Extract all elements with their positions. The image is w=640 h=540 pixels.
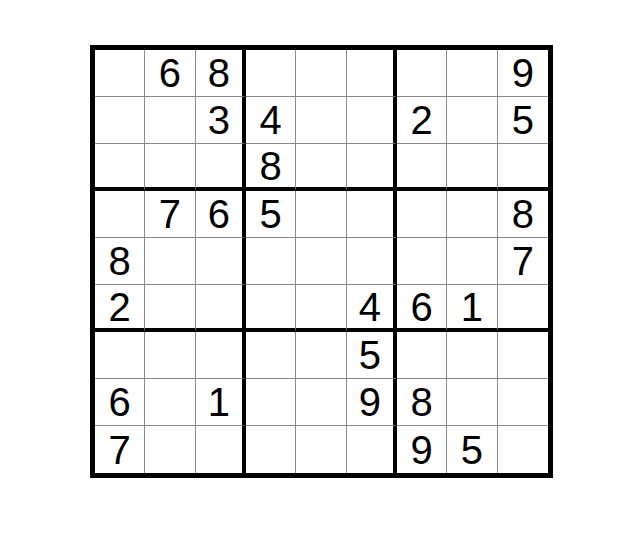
cell-r9c1[interactable]: 7 (95, 426, 145, 473)
cell-r4c7[interactable] (397, 191, 447, 238)
cell-r1c1[interactable] (95, 50, 145, 97)
cell-r7c7[interactable] (397, 332, 447, 379)
cell-r9c4[interactable] (246, 426, 296, 473)
cell-r9c3[interactable] (196, 426, 246, 473)
cell-r4c6[interactable] (347, 191, 397, 238)
cell-r7c4[interactable] (246, 332, 296, 379)
cell-r2c3[interactable]: 3 (196, 97, 246, 144)
cell-r8c2[interactable] (145, 379, 195, 426)
cell-r6c4[interactable] (246, 285, 296, 332)
cell-r7c6[interactable]: 5 (347, 332, 397, 379)
cell-r1c4[interactable] (246, 50, 296, 97)
cell-r8c1[interactable]: 6 (95, 379, 145, 426)
cell-r6c2[interactable] (145, 285, 195, 332)
cell-r5c9[interactable]: 7 (498, 238, 548, 285)
cell-r3c8[interactable] (447, 144, 497, 191)
cell-r6c9[interactable] (498, 285, 548, 332)
cell-r3c1[interactable] (95, 144, 145, 191)
cell-r5c5[interactable] (296, 238, 346, 285)
cell-r5c3[interactable] (196, 238, 246, 285)
cell-r9c7[interactable]: 9 (397, 426, 447, 473)
cell-r8c6[interactable]: 9 (347, 379, 397, 426)
cell-r4c8[interactable] (447, 191, 497, 238)
cell-r5c8[interactable] (447, 238, 497, 285)
cell-r5c7[interactable] (397, 238, 447, 285)
cell-r3c5[interactable] (296, 144, 346, 191)
cell-r1c2[interactable]: 6 (145, 50, 195, 97)
cell-r7c5[interactable] (296, 332, 346, 379)
cell-r4c9[interactable]: 8 (498, 191, 548, 238)
cell-r5c2[interactable] (145, 238, 195, 285)
cell-r2c6[interactable] (347, 97, 397, 144)
cell-r2c8[interactable] (447, 97, 497, 144)
cell-r7c3[interactable] (196, 332, 246, 379)
cell-r9c5[interactable] (296, 426, 346, 473)
cell-r4c3[interactable]: 6 (196, 191, 246, 238)
cell-r6c6[interactable]: 4 (347, 285, 397, 332)
cell-r8c4[interactable] (246, 379, 296, 426)
cell-r2c1[interactable] (95, 97, 145, 144)
cell-r3c2[interactable] (145, 144, 195, 191)
cell-r9c9[interactable] (498, 426, 548, 473)
cell-r2c9[interactable]: 5 (498, 97, 548, 144)
cell-r2c4[interactable]: 4 (246, 97, 296, 144)
cell-r1c6[interactable] (347, 50, 397, 97)
cell-r6c8[interactable]: 1 (447, 285, 497, 332)
sudoku-board: 68934258765887246156198795 (90, 45, 553, 478)
cell-r4c1[interactable] (95, 191, 145, 238)
cell-r6c7[interactable]: 6 (397, 285, 447, 332)
cell-r1c3[interactable]: 8 (196, 50, 246, 97)
cell-r3c7[interactable] (397, 144, 447, 191)
cell-r8c8[interactable] (447, 379, 497, 426)
cell-r9c6[interactable] (347, 426, 397, 473)
cell-r8c7[interactable]: 8 (397, 379, 447, 426)
cell-r3c3[interactable] (196, 144, 246, 191)
cell-r7c2[interactable] (145, 332, 195, 379)
cell-r4c4[interactable]: 5 (246, 191, 296, 238)
cell-r6c1[interactable]: 2 (95, 285, 145, 332)
cell-r7c8[interactable] (447, 332, 497, 379)
cell-r3c9[interactable] (498, 144, 548, 191)
cell-r5c1[interactable]: 8 (95, 238, 145, 285)
cell-r7c9[interactable] (498, 332, 548, 379)
cell-r8c9[interactable] (498, 379, 548, 426)
cell-r8c3[interactable]: 1 (196, 379, 246, 426)
cell-r9c8[interactable]: 5 (447, 426, 497, 473)
cell-r3c6[interactable] (347, 144, 397, 191)
cell-r2c2[interactable] (145, 97, 195, 144)
cell-r4c2[interactable]: 7 (145, 191, 195, 238)
cell-r2c5[interactable] (296, 97, 346, 144)
sudoku-screen: 68934258765887246156198795 (0, 0, 640, 540)
cell-r1c5[interactable] (296, 50, 346, 97)
cell-r1c7[interactable] (397, 50, 447, 97)
cell-r4c5[interactable] (296, 191, 346, 238)
cell-r2c7[interactable]: 2 (397, 97, 447, 144)
cell-r9c2[interactable] (145, 426, 195, 473)
cell-r1c9[interactable]: 9 (498, 50, 548, 97)
cell-r6c5[interactable] (296, 285, 346, 332)
cell-r3c4[interactable]: 8 (246, 144, 296, 191)
cell-r8c5[interactable] (296, 379, 346, 426)
cell-r5c6[interactable] (347, 238, 397, 285)
cell-r7c1[interactable] (95, 332, 145, 379)
cell-r5c4[interactable] (246, 238, 296, 285)
cell-r1c8[interactable] (447, 50, 497, 97)
cell-r6c3[interactable] (196, 285, 246, 332)
